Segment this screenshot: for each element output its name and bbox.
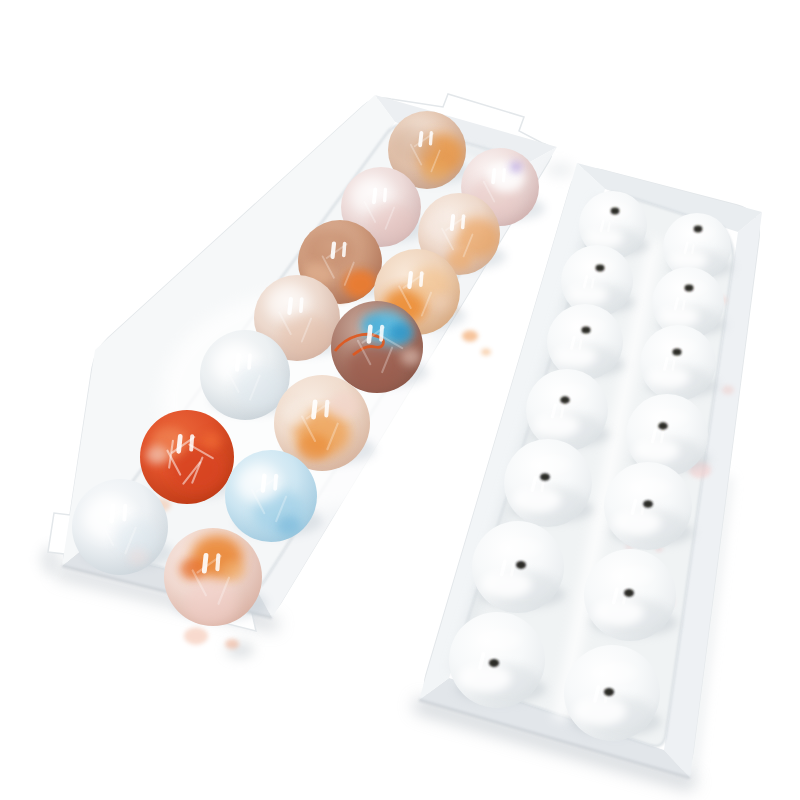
vent-hole (540, 473, 550, 481)
dome-top-sheen (627, 478, 671, 497)
vent-hole (581, 326, 590, 333)
dome-sheen (593, 599, 644, 627)
vent-hole (643, 500, 653, 508)
between-tray-shadow (546, 162, 574, 178)
color-blob (389, 323, 413, 343)
residue-stain (722, 386, 734, 395)
vent-hole (516, 561, 526, 569)
color-blob (277, 516, 301, 536)
dome-sheen (574, 697, 627, 726)
vent-hole (658, 422, 668, 429)
vent-hole (611, 208, 620, 215)
dome-top-sheen (608, 566, 654, 586)
residue-stain (225, 639, 239, 649)
color-blob (185, 581, 237, 625)
residue-stain (462, 330, 478, 342)
color-blob (510, 162, 522, 172)
mold-dome (640, 325, 716, 401)
color-blob (425, 211, 461, 242)
mold-dome (449, 612, 545, 708)
color-blob (328, 391, 360, 418)
mold-dome (472, 521, 564, 613)
ice-ball (331, 301, 423, 393)
photo-ice-ball-trays: Overhead product photo of two white plas… (0, 0, 800, 800)
color-blob (201, 433, 221, 450)
residue-stain (481, 348, 491, 355)
dome-sheen (459, 664, 512, 693)
vent-hole (489, 659, 499, 667)
residue-stain (184, 627, 208, 644)
vent-hole (604, 688, 614, 696)
ice-ball (164, 528, 262, 626)
color-blob (233, 365, 285, 409)
mold-dome (584, 549, 676, 641)
color-blob (401, 349, 421, 366)
dome-top-sheen (589, 662, 637, 683)
vent-hole (672, 348, 681, 355)
mold-dome (504, 439, 592, 527)
ice-ball (225, 450, 317, 542)
vent-hole (624, 589, 634, 597)
color-blob (431, 294, 451, 311)
color-blob (221, 561, 245, 581)
dome-top-sheen (496, 538, 542, 558)
dome-top-sheen (647, 409, 688, 427)
dome-sheen (555, 345, 597, 368)
ice-ball (72, 479, 168, 575)
color-blob (128, 549, 148, 566)
vent-hole (596, 265, 605, 272)
vent-hole (694, 226, 703, 233)
vent-hole (560, 396, 570, 403)
scene-canvas (0, 0, 800, 800)
mold-dome (604, 462, 692, 550)
dome-sheen (586, 228, 623, 248)
dome-sheen (513, 487, 561, 513)
ice-ball (140, 410, 234, 504)
dome-top-sheen (474, 629, 522, 650)
dome-top-sheen (527, 455, 571, 474)
mold-dome (564, 645, 660, 741)
color-blob (146, 446, 168, 465)
dome-sheen (648, 366, 690, 389)
dome-sheen (534, 413, 579, 438)
color-blob (347, 343, 403, 391)
vent-hole (685, 285, 694, 292)
dome-sheen (634, 438, 679, 463)
ice-ball (200, 330, 290, 420)
color-blob (391, 125, 435, 162)
dome-sheen (613, 510, 661, 536)
dome-sheen (568, 284, 608, 306)
mold-dome (526, 369, 608, 451)
dome-sheen (481, 571, 532, 599)
mold-dome (547, 304, 623, 380)
dome-sheen (659, 306, 699, 328)
